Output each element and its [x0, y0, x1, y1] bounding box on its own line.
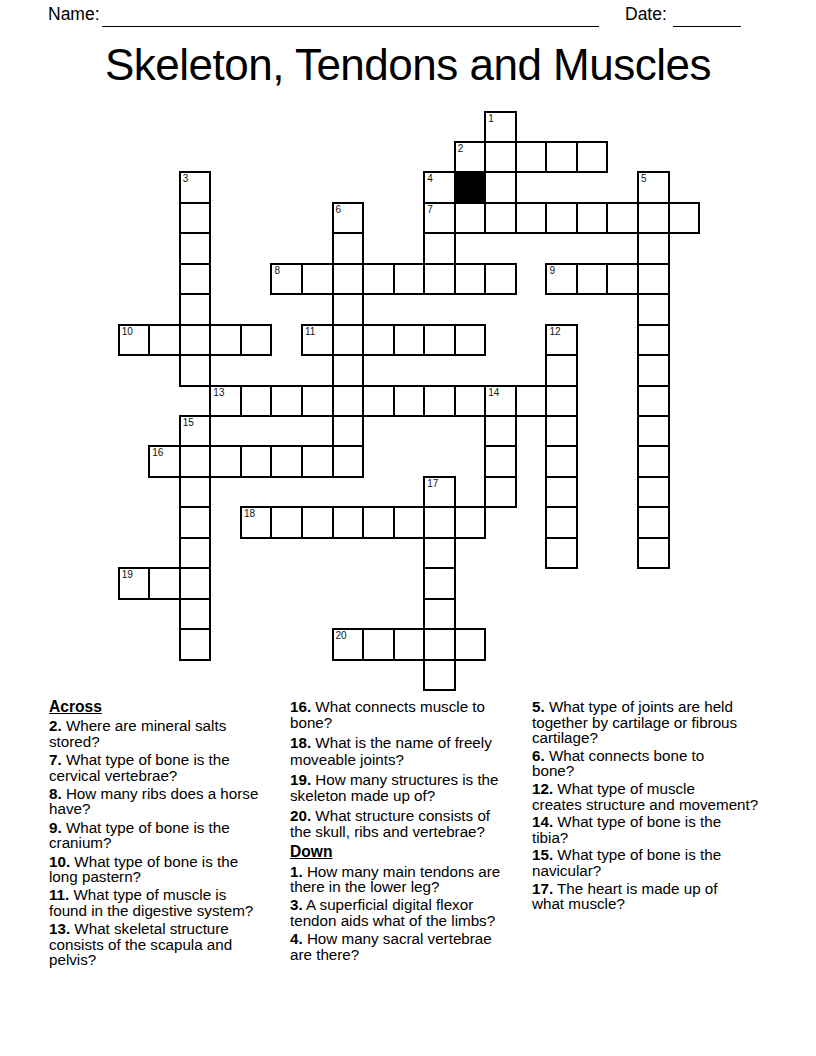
clue-down-1: 1. How many main tendons are there in th… [290, 864, 532, 895]
grid-cell-r17c8[interactable] [362, 628, 395, 660]
grid-cell-r7c2[interactable] [179, 324, 212, 356]
name-label: Name: [48, 4, 100, 25]
grid-cell-r12c17[interactable] [637, 476, 670, 508]
date-label: Date: [625, 4, 667, 25]
grid-cell-r13c11[interactable] [454, 506, 487, 538]
clue-text: What type of bone is the cervical verteb… [49, 751, 230, 783]
grid-cell-r5c11[interactable] [454, 263, 487, 295]
grid-cell-r7c3[interactable] [209, 324, 242, 356]
grid-cell-r15c2[interactable] [179, 567, 212, 599]
grid-cell-r3c7[interactable]: 6 [332, 202, 365, 234]
grid-cell-r3c10[interactable]: 7 [423, 202, 456, 234]
grid-cell-r7c11[interactable] [454, 324, 487, 356]
clue-across-11: 11. What type of muscle is found in the … [49, 887, 287, 918]
grid-cell-r11c7[interactable] [332, 445, 365, 477]
grid-cell-r9c11[interactable] [454, 385, 487, 417]
grid-cell-r5c2[interactable] [179, 263, 212, 295]
grid-cell-r5c12[interactable] [484, 263, 517, 295]
grid-cell-r9c10[interactable] [423, 385, 456, 417]
date-fill-line[interactable] [673, 26, 741, 27]
clue-number-16: 16 [152, 447, 163, 458]
grid-cell-r7c10[interactable] [423, 324, 456, 356]
grid-cell-r3c11[interactable] [454, 202, 487, 234]
grid-cell-r16c10[interactable] [423, 598, 456, 630]
grid-cell-r13c17[interactable] [637, 506, 670, 538]
clue-number-label: 18. [290, 734, 311, 751]
blocked-cell [454, 171, 487, 203]
clue-across-13: 13. What skeletal structure consists of … [49, 921, 287, 967]
grid-cell-r9c4[interactable] [240, 385, 273, 417]
grid-cell-r10c7[interactable] [332, 415, 365, 447]
grid-cell-r7c14[interactable]: 12 [545, 324, 578, 356]
grid-cell-r7c1[interactable] [148, 324, 181, 356]
grid-cell-r5c14[interactable]: 9 [545, 263, 578, 295]
grid-cell-r7c9[interactable] [393, 324, 426, 356]
grid-cell-r11c6[interactable] [301, 445, 334, 477]
grid-cell-r9c5[interactable] [270, 385, 303, 417]
grid-cell-r8c14[interactable] [545, 354, 578, 386]
clue-text: What connects muscle to bone? [290, 698, 485, 731]
grid-cell-r13c6[interactable] [301, 506, 334, 538]
grid-cell-r14c14[interactable] [545, 537, 578, 569]
clue-down-6: 6. What connects bone to bone? [532, 748, 780, 779]
grid-cell-r12c10[interactable]: 17 [423, 476, 456, 508]
grid-cell-r9c3[interactable]: 13 [209, 385, 242, 417]
clue-number-label: 5. [532, 698, 545, 715]
clue-down-15: 15. What type of bone is the navicular? [532, 847, 780, 878]
clue-across-9: 9. What type of bone is the cranium? [49, 820, 287, 851]
grid-cell-r15c1[interactable] [148, 567, 181, 599]
grid-cell-r9c6[interactable] [301, 385, 334, 417]
clue-number-12: 12 [549, 326, 560, 337]
grid-cell-r5c15[interactable] [576, 263, 609, 295]
grid-cell-r3c13[interactable] [515, 202, 548, 234]
clue-number-4: 4 [427, 173, 433, 184]
clue-text: What type of bone is the cranium? [49, 819, 230, 851]
grid-cell-r0c12[interactable]: 1 [484, 111, 517, 143]
grid-cell-r6c2[interactable] [179, 293, 212, 325]
clue-text: A superficial digital flexor tendon aids… [290, 896, 495, 928]
grid-cell-r3c17[interactable] [637, 202, 670, 234]
grid-cell-r5c16[interactable] [606, 263, 639, 295]
grid-cell-r17c11[interactable] [454, 628, 487, 660]
grid-cell-r2c12[interactable] [484, 171, 517, 203]
grid-cell-r1c15[interactable] [576, 141, 609, 173]
clue-text: Where are mineral salts stored? [49, 717, 226, 749]
grid-cell-r6c7[interactable] [332, 293, 365, 325]
down-heading: Down [290, 844, 532, 859]
clue-down-3: 3. A superficial digital flexor tendon a… [290, 897, 532, 928]
grid-cell-r8c17[interactable] [637, 354, 670, 386]
clue-text: What structure consists of the skull, ri… [290, 807, 490, 840]
clue-column-1: Across2. Where are mineral salts stored?… [49, 699, 287, 971]
grid-cell-r13c8[interactable] [362, 506, 395, 538]
grid-cell-r17c2[interactable] [179, 628, 212, 660]
grid-cell-r9c7[interactable] [332, 385, 365, 417]
grid-cell-r3c2[interactable] [179, 202, 212, 234]
grid-cell-r13c10[interactable] [423, 506, 456, 538]
clue-number-14: 14 [488, 387, 499, 398]
grid-cell-r7c17[interactable] [637, 324, 670, 356]
clue-down-12: 12. What type of muscle creates structur… [532, 781, 780, 812]
clue-text: The heart is made up of what muscle? [532, 880, 717, 913]
grid-cell-r11c4[interactable] [240, 445, 273, 477]
clue-number-1: 1 [488, 113, 494, 124]
clue-column-2: 16. What connects muscle to bone?18. Wha… [290, 699, 532, 965]
grid-cell-r7c4[interactable] [240, 324, 273, 356]
grid-cell-r15c0[interactable]: 19 [118, 567, 151, 599]
clue-down-14: 14. What type of bone is the tibia? [532, 814, 780, 845]
grid-cell-r10c17[interactable] [637, 415, 670, 447]
clue-number-label: 6. [532, 747, 545, 764]
clue-number-15: 15 [183, 417, 194, 428]
grid-cell-r5c10[interactable] [423, 263, 456, 295]
clue-number-20: 20 [336, 630, 347, 641]
clue-number-label: 15. [532, 846, 553, 863]
grid-cell-r13c9[interactable] [393, 506, 426, 538]
clue-across-19: 19. How many structures is the skeleton … [290, 772, 532, 805]
grid-cell-r5c8[interactable] [362, 263, 395, 295]
grid-cell-r9c14[interactable] [545, 385, 578, 417]
clue-number-17: 17 [427, 478, 438, 489]
grid-cell-r2c10[interactable]: 4 [423, 171, 456, 203]
grid-cell-r2c17[interactable]: 5 [637, 171, 670, 203]
clue-across-18: 18. What is the name of freely moveable … [290, 735, 532, 768]
clue-text: What type of bone is the long pastern? [49, 853, 238, 885]
clue-across-7: 7. What type of bone is the cervical ver… [49, 752, 287, 783]
grid-cell-r3c16[interactable] [606, 202, 639, 234]
grid-cell-r18c10[interactable] [423, 659, 456, 691]
clue-number-11: 11 [305, 326, 315, 337]
clue-down-17: 17. The heart is made up of what muscle? [532, 881, 780, 912]
crossword-worksheet-page: { "header": { "name_label": "Name:", "da… [0, 0, 816, 1056]
clue-section: 16. What connects muscle to bone?18. Wha… [290, 699, 532, 841]
crossword-grid: 1234567891011121314151617181920 [118, 111, 700, 691]
clue-text: What type of muscle is found in the dige… [49, 886, 253, 918]
clue-text: What connects bone to bone? [532, 747, 704, 780]
clue-text: How many structures is the skeleton made… [290, 771, 499, 804]
grid-cell-r13c5[interactable] [270, 506, 303, 538]
clue-text: What type of muscle creates structure an… [532, 780, 758, 813]
grid-cell-r1c13[interactable] [515, 141, 548, 173]
clue-across-10: 10. What type of bone is the long paster… [49, 854, 287, 885]
clue-text: What type of bone is the navicular? [532, 846, 721, 879]
grid-cell-r11c5[interactable] [270, 445, 303, 477]
grid-cell-r7c6[interactable]: 11 [301, 324, 334, 356]
clue-number-10: 10 [122, 326, 133, 337]
grid-cell-r13c2[interactable] [179, 506, 212, 538]
grid-cell-r7c0[interactable]: 10 [118, 324, 151, 356]
clue-number-18: 18 [244, 508, 255, 519]
grid-cell-r3c18[interactable] [668, 202, 701, 234]
clue-number-8: 8 [274, 265, 280, 276]
clue-number-3: 3 [183, 173, 189, 184]
grid-cell-r5c17[interactable] [637, 263, 670, 295]
clue-down-4: 4. How many sacral vertebrae are there? [290, 931, 532, 962]
grid-cell-r12c2[interactable] [179, 476, 212, 508]
grid-cell-r7c8[interactable] [362, 324, 395, 356]
grid-cell-r13c14[interactable] [545, 506, 578, 538]
grid-cell-r8c7[interactable] [332, 354, 365, 386]
grid-cell-r17c7[interactable]: 20 [332, 628, 365, 660]
grid-cell-r4c2[interactable] [179, 232, 212, 264]
clue-column-3: 5. What type of joints are held together… [532, 699, 780, 914]
grid-cell-r5c5[interactable]: 8 [270, 263, 303, 295]
clue-number-label: 14. [532, 813, 553, 830]
grid-cell-r14c17[interactable] [637, 537, 670, 569]
grid-cell-r4c10[interactable] [423, 232, 456, 264]
grid-cell-r10c14[interactable] [545, 415, 578, 447]
clue-number-label: 12. [532, 780, 553, 797]
clue-number-7: 7 [427, 204, 433, 215]
clue-text: What skeletal structure consists of the … [49, 920, 232, 968]
grid-cell-r5c6[interactable] [301, 263, 334, 295]
grid-cell-r14c10[interactable] [423, 537, 456, 569]
grid-cell-r16c2[interactable] [179, 598, 212, 630]
grid-cell-r2c2[interactable]: 3 [179, 171, 212, 203]
clue-number-19: 19 [122, 569, 133, 580]
grid-cell-r3c14[interactable] [545, 202, 578, 234]
grid-cell-r11c3[interactable] [209, 445, 242, 477]
grid-cell-r7c7[interactable] [332, 324, 365, 356]
grid-cell-r15c10[interactable] [423, 567, 456, 599]
grid-cell-r9c13[interactable] [515, 385, 548, 417]
grid-cell-r10c2[interactable]: 15 [179, 415, 212, 447]
clue-number-2: 2 [458, 143, 464, 154]
grid-cell-r8c2[interactable] [179, 354, 212, 386]
across-heading: Across [49, 699, 287, 714]
grid-cell-r11c1[interactable]: 16 [148, 445, 181, 477]
grid-cell-r1c11[interactable]: 2 [454, 141, 487, 173]
clue-number-6: 6 [336, 204, 342, 215]
clue-section: Down1. How many main tendons are there i… [290, 844, 532, 962]
clue-number-label: 16. [290, 698, 311, 715]
name-fill-line[interactable] [102, 26, 599, 27]
grid-cell-r4c7[interactable] [332, 232, 365, 264]
clue-number-label: 17. [532, 880, 553, 897]
clue-down-5: 5. What type of joints are held together… [532, 699, 780, 746]
grid-cell-r6c17[interactable] [637, 293, 670, 325]
grid-cell-r9c9[interactable] [393, 385, 426, 417]
grid-cell-r12c14[interactable] [545, 476, 578, 508]
grid-cell-r17c10[interactable] [423, 628, 456, 660]
grid-cell-r9c8[interactable] [362, 385, 395, 417]
grid-cell-r3c15[interactable] [576, 202, 609, 234]
clue-number-13: 13 [213, 387, 224, 398]
clue-text: How many sacral vertebrae are there? [290, 930, 492, 962]
grid-cell-r17c9[interactable] [393, 628, 426, 660]
grid-cell-r9c17[interactable] [637, 385, 670, 417]
grid-cell-r14c2[interactable] [179, 537, 212, 569]
grid-cell-r11c17[interactable] [637, 445, 670, 477]
grid-cell-r11c12[interactable] [484, 445, 517, 477]
grid-cell-r12c12[interactable] [484, 476, 517, 508]
grid-cell-r9c12[interactable]: 14 [484, 385, 517, 417]
grid-cell-r3c12[interactable] [484, 202, 517, 234]
clue-text: What type of joints are held together by… [532, 698, 737, 746]
grid-cell-r4c17[interactable] [637, 232, 670, 264]
clue-number-5: 5 [641, 173, 647, 184]
clue-text: What is the name of freely moveable join… [290, 734, 492, 767]
grid-cell-r1c14[interactable] [545, 141, 578, 173]
puzzle-title: Skeleton, Tendons and Muscles [0, 40, 816, 90]
clue-text: What type of bone is the tibia? [532, 813, 721, 846]
grid-cell-r5c7[interactable] [332, 263, 365, 295]
clue-across-2: 2. Where are mineral salts stored? [49, 718, 287, 749]
clue-section: Across2. Where are mineral salts stored?… [49, 699, 287, 968]
grid-cell-r11c2[interactable] [179, 445, 212, 477]
clue-across-16: 16. What connects muscle to bone? [290, 699, 532, 732]
grid-cell-r11c14[interactable] [545, 445, 578, 477]
grid-cell-r13c4[interactable]: 18 [240, 506, 273, 538]
clue-text: How many ribs does a horse have? [49, 785, 258, 817]
clue-text: How many main tendons are there in the l… [290, 863, 500, 895]
clue-section: 5. What type of joints are held together… [532, 699, 780, 912]
clue-number-label: 20. [290, 807, 311, 824]
clue-across-8: 8. How many ribs does a horse have? [49, 786, 287, 817]
grid-cell-r13c7[interactable] [332, 506, 365, 538]
grid-cell-r1c12[interactable] [484, 141, 517, 173]
clue-number-9: 9 [549, 265, 555, 276]
clue-across-20: 20. What structure consists of the skull… [290, 808, 532, 841]
grid-cell-r10c12[interactable] [484, 415, 517, 447]
clue-number-label: 19. [290, 771, 311, 788]
grid-cell-r5c9[interactable] [393, 263, 426, 295]
